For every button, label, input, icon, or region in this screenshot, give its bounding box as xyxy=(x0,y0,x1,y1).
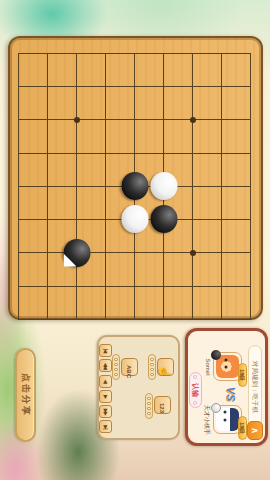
pill-dot-icon xyxy=(193,375,197,379)
black-stone xyxy=(151,205,178,233)
black-player-name: Somel xyxy=(205,347,211,387)
nav-forward-fast-button[interactable]: ▶▶ xyxy=(99,405,112,418)
white-stone xyxy=(151,172,178,200)
controls-panel: ☝ 123 ABC |◀ ◀◀ ◀ ▶ ▶▶ ▶| xyxy=(97,335,180,440)
game-stage: 对局规则：吃子棋 ∧ 18级 Somel VS 18级 天才小棋手 认输 xyxy=(0,0,270,480)
resign-label: 认输 xyxy=(192,383,199,397)
coordinates-options-pill[interactable] xyxy=(112,354,120,380)
star-point xyxy=(190,250,196,256)
black-stone xyxy=(64,239,91,267)
go-board xyxy=(8,36,263,320)
vs-icon: VS xyxy=(219,384,237,404)
resign-button[interactable]: 认输 xyxy=(189,372,202,408)
try-move-hand-button[interactable]: ☝ xyxy=(157,358,174,376)
white-stone-icon xyxy=(211,403,221,413)
rules-tab[interactable]: 对局规则：吃子棋 xyxy=(248,345,262,429)
share-button[interactable]: 点击分享 xyxy=(15,348,36,442)
star-point xyxy=(190,117,196,123)
black-stone-icon xyxy=(211,350,221,360)
goban-grid[interactable] xyxy=(18,53,251,320)
app-screen: 对局规则：吃子棋 ∧ 18级 Somel VS 18级 天才小棋手 认输 xyxy=(0,0,270,480)
star-point xyxy=(74,117,80,123)
player-panel: 对局规则：吃子棋 ∧ 18级 Somel VS 18级 天才小棋手 认输 xyxy=(185,328,268,446)
nav-back-fast-button[interactable]: ◀◀ xyxy=(99,359,112,372)
black-stone xyxy=(122,172,149,200)
nav-first-button[interactable]: |◀ xyxy=(99,344,112,357)
pill-dot-icon xyxy=(193,401,197,405)
nav-back-button[interactable]: ◀ xyxy=(99,375,112,388)
nav-last-button[interactable]: ▶| xyxy=(99,420,112,433)
coordinates-button[interactable]: ABC xyxy=(121,358,138,376)
numbers-options-pill[interactable] xyxy=(145,393,153,419)
black-player-badge: 18级 xyxy=(238,363,247,387)
collapse-panel-button[interactable]: ∧ xyxy=(247,421,263,440)
nav-forward-button[interactable]: ▶ xyxy=(99,390,112,403)
white-player-badge: 18级 xyxy=(238,416,247,440)
move-numbers-button[interactable]: 123 xyxy=(154,396,171,414)
move-navigation: |◀ ◀◀ ◀ ▶ ▶▶ ▶| xyxy=(99,344,112,436)
white-stone xyxy=(122,205,149,233)
white-player-name: 天才小棋手 xyxy=(202,400,211,440)
hand-options-pill[interactable] xyxy=(148,354,156,380)
last-move-triangle-icon xyxy=(64,254,77,267)
